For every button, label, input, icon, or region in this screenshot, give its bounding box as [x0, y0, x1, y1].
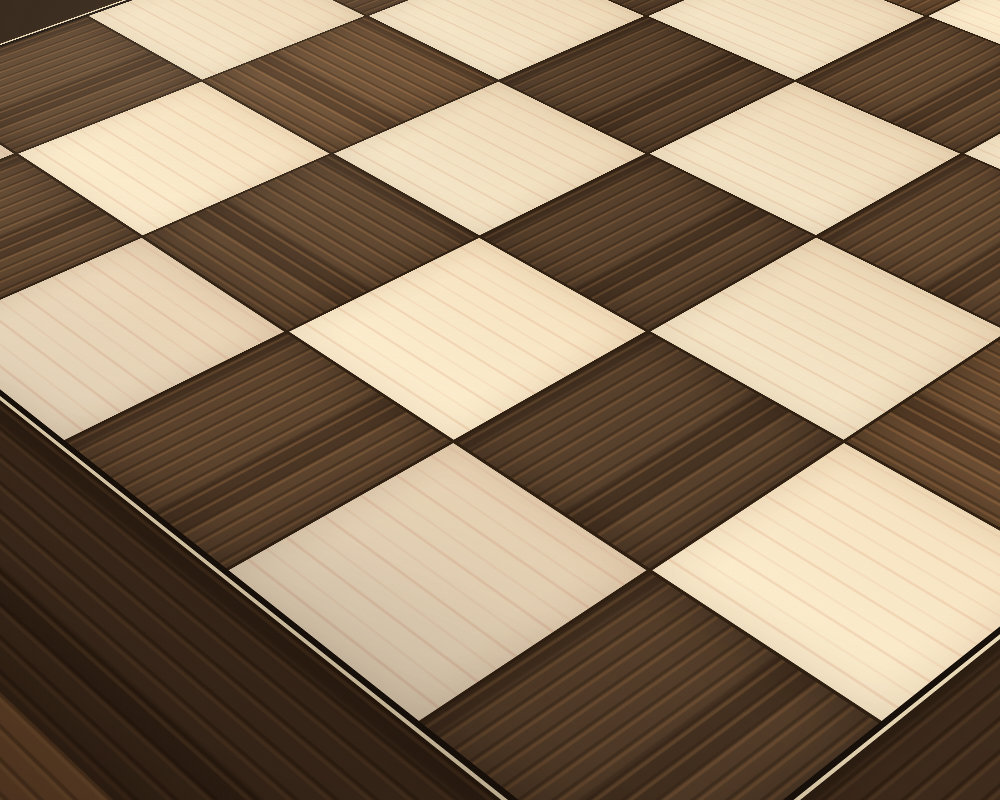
chessboard-photo — [0, 0, 1000, 800]
